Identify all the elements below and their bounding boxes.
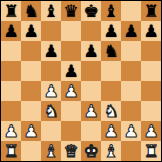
- square-g6[interactable]: [121, 41, 141, 61]
- white-pawn-piece[interactable]: ♟: [123, 121, 138, 141]
- black-pawn-piece[interactable]: ♟: [83, 41, 98, 61]
- black-rook-piece[interactable]: ♜: [3, 1, 18, 21]
- square-d2[interactable]: [61, 121, 81, 141]
- square-g2[interactable]: ♟: [121, 121, 141, 141]
- square-c6[interactable]: ♟: [41, 41, 61, 61]
- square-f4[interactable]: [101, 81, 121, 101]
- square-a5[interactable]: [1, 61, 21, 81]
- square-h4[interactable]: [141, 81, 161, 101]
- square-b6[interactable]: [21, 41, 41, 61]
- white-king-piece[interactable]: ♚: [83, 141, 98, 161]
- white-queen-piece[interactable]: ♛: [63, 141, 78, 161]
- square-b7[interactable]: ♟: [21, 21, 41, 41]
- square-h6[interactable]: [141, 41, 161, 61]
- square-h3[interactable]: [141, 101, 161, 121]
- square-b3[interactable]: [21, 101, 41, 121]
- square-e7[interactable]: [81, 21, 101, 41]
- square-g1[interactable]: [121, 141, 141, 161]
- white-pawn-piece[interactable]: ♟: [103, 121, 118, 141]
- square-h7[interactable]: ♟: [141, 21, 161, 41]
- square-e8[interactable]: ♚: [81, 1, 101, 21]
- white-pawn-piece[interactable]: ♟: [43, 81, 58, 101]
- square-d5[interactable]: ♟: [61, 61, 81, 81]
- square-b8[interactable]: ♞: [21, 1, 41, 21]
- square-a4[interactable]: [1, 81, 21, 101]
- black-bishop-piece[interactable]: ♝: [43, 1, 58, 21]
- square-b5[interactable]: [21, 61, 41, 81]
- chess-board: ♜♞♝♛♚♝♜♟♟♟♟♟♟♟♞♟♟♟♞♟♞♟♟♟♟♟♜♝♛♚♝♜: [0, 0, 162, 162]
- square-a7[interactable]: ♟: [1, 21, 21, 41]
- square-c2[interactable]: [41, 121, 61, 141]
- white-knight-piece[interactable]: ♞: [43, 101, 58, 121]
- black-queen-piece[interactable]: ♛: [63, 1, 78, 21]
- white-bishop-piece[interactable]: ♝: [43, 141, 58, 161]
- black-pawn-piece[interactable]: ♟: [123, 21, 138, 41]
- square-d7[interactable]: [61, 21, 81, 41]
- square-d8[interactable]: ♛: [61, 1, 81, 21]
- square-c8[interactable]: ♝: [41, 1, 61, 21]
- black-pawn-piece[interactable]: ♟: [103, 21, 118, 41]
- white-rook-piece[interactable]: ♜: [143, 141, 158, 161]
- square-a2[interactable]: ♟: [1, 121, 21, 141]
- square-d3[interactable]: [61, 101, 81, 121]
- white-knight-piece[interactable]: ♞: [103, 101, 118, 121]
- square-h1[interactable]: ♜: [141, 141, 161, 161]
- square-h2[interactable]: ♟: [141, 121, 161, 141]
- square-c1[interactable]: ♝: [41, 141, 61, 161]
- square-c3[interactable]: ♞: [41, 101, 61, 121]
- square-f5[interactable]: [101, 61, 121, 81]
- square-a8[interactable]: ♜: [1, 1, 21, 21]
- black-pawn-piece[interactable]: ♟: [63, 61, 78, 81]
- square-a3[interactable]: [1, 101, 21, 121]
- square-a1[interactable]: ♜: [1, 141, 21, 161]
- square-h8[interactable]: ♜: [141, 1, 161, 21]
- square-d1[interactable]: ♛: [61, 141, 81, 161]
- square-f7[interactable]: ♟: [101, 21, 121, 41]
- square-e6[interactable]: ♟: [81, 41, 101, 61]
- square-c7[interactable]: [41, 21, 61, 41]
- black-king-piece[interactable]: ♚: [83, 1, 98, 21]
- black-pawn-piece[interactable]: ♟: [23, 21, 38, 41]
- square-g7[interactable]: ♟: [121, 21, 141, 41]
- square-g5[interactable]: [121, 61, 141, 81]
- black-rook-piece[interactable]: ♜: [143, 1, 158, 21]
- white-pawn-piece[interactable]: ♟: [3, 121, 18, 141]
- square-g4[interactable]: [121, 81, 141, 101]
- square-f6[interactable]: ♞: [101, 41, 121, 61]
- black-pawn-piece[interactable]: ♟: [143, 21, 158, 41]
- square-g3[interactable]: [121, 101, 141, 121]
- square-f2[interactable]: ♟: [101, 121, 121, 141]
- square-e1[interactable]: ♚: [81, 141, 101, 161]
- square-c4[interactable]: ♟: [41, 81, 61, 101]
- white-pawn-piece[interactable]: ♟: [83, 101, 98, 121]
- white-rook-piece[interactable]: ♜: [3, 141, 18, 161]
- white-pawn-piece[interactable]: ♟: [63, 81, 78, 101]
- black-knight-piece[interactable]: ♞: [23, 1, 38, 21]
- square-d6[interactable]: [61, 41, 81, 61]
- chess-board-container: ♜♞♝♛♚♝♜♟♟♟♟♟♟♟♞♟♟♟♞♟♞♟♟♟♟♟♜♝♛♚♝♜: [0, 0, 162, 162]
- square-f1[interactable]: ♝: [101, 141, 121, 161]
- black-knight-piece[interactable]: ♞: [103, 41, 118, 61]
- black-bishop-piece[interactable]: ♝: [103, 1, 118, 21]
- square-c5[interactable]: [41, 61, 61, 81]
- square-b1[interactable]: [21, 141, 41, 161]
- black-pawn-piece[interactable]: ♟: [43, 41, 58, 61]
- square-e2[interactable]: [81, 121, 101, 141]
- square-d4[interactable]: ♟: [61, 81, 81, 101]
- square-f3[interactable]: ♞: [101, 101, 121, 121]
- square-e3[interactable]: ♟: [81, 101, 101, 121]
- white-pawn-piece[interactable]: ♟: [23, 121, 38, 141]
- square-f8[interactable]: ♝: [101, 1, 121, 21]
- square-b2[interactable]: ♟: [21, 121, 41, 141]
- black-pawn-piece[interactable]: ♟: [3, 21, 18, 41]
- square-e5[interactable]: [81, 61, 101, 81]
- square-g8[interactable]: [121, 1, 141, 21]
- square-b4[interactable]: [21, 81, 41, 101]
- square-h5[interactable]: [141, 61, 161, 81]
- square-a6[interactable]: [1, 41, 21, 61]
- square-e4[interactable]: [81, 81, 101, 101]
- white-pawn-piece[interactable]: ♟: [143, 121, 158, 141]
- white-bishop-piece[interactable]: ♝: [103, 141, 118, 161]
